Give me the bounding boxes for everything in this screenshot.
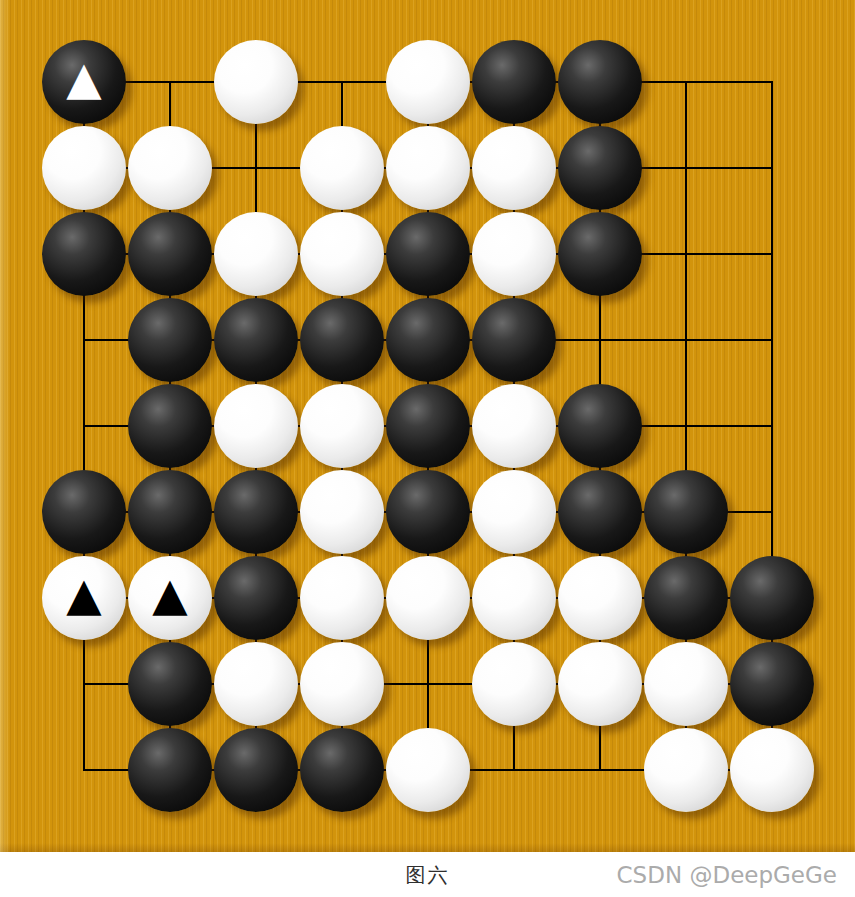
board-cell: ▲: [41, 555, 127, 641]
black-stone: [730, 642, 814, 726]
board-cell: [213, 39, 299, 125]
caption-bar: 图六 CSDN @DeepGeGe: [0, 852, 855, 897]
black-stone: [214, 556, 298, 640]
board-cell: [557, 383, 643, 469]
board-cell: [213, 297, 299, 383]
black-stone: [42, 212, 126, 296]
black-stone: [128, 470, 212, 554]
board-cell: [127, 383, 213, 469]
board-cell: [471, 211, 557, 297]
board-cell: [471, 555, 557, 641]
board-cell: [41, 297, 127, 383]
board-cell: ▲: [127, 555, 213, 641]
stones-grid: ▲▲▲: [41, 39, 815, 813]
board-cell: [729, 727, 815, 813]
black-stone: [214, 298, 298, 382]
board-cell: [385, 727, 471, 813]
black-stone: ▲: [42, 40, 126, 124]
board-cell: [385, 297, 471, 383]
board-cell: [471, 727, 557, 813]
board-cell: [385, 211, 471, 297]
page: ▲▲▲ 图六 CSDN @DeepGeGe: [0, 0, 855, 897]
figure-caption: 图六: [406, 861, 450, 888]
white-stone: [386, 728, 470, 812]
white-stone: [386, 556, 470, 640]
board-cell: [299, 297, 385, 383]
board-cell: [213, 125, 299, 211]
board-cell: [385, 641, 471, 727]
board-cell: [127, 211, 213, 297]
black-stone: [214, 728, 298, 812]
black-stone: [300, 728, 384, 812]
black-stone: [128, 212, 212, 296]
board-cell: [127, 125, 213, 211]
white-stone: [300, 470, 384, 554]
board-cell: [471, 383, 557, 469]
board-cell: [471, 641, 557, 727]
board-cell: [41, 383, 127, 469]
board-cell: [299, 469, 385, 555]
board-cell: [385, 555, 471, 641]
board-cell: ▲: [41, 39, 127, 125]
board-cell: [385, 383, 471, 469]
board-cell: [729, 211, 815, 297]
board-cell: [729, 125, 815, 211]
board-cell: [643, 641, 729, 727]
black-stone: [128, 642, 212, 726]
black-stone: [128, 384, 212, 468]
board-cell: [299, 211, 385, 297]
black-stone: [644, 556, 728, 640]
black-stone: [558, 40, 642, 124]
white-stone: [644, 728, 728, 812]
white-stone: [42, 126, 126, 210]
board-cell: [127, 727, 213, 813]
board-cell: [213, 727, 299, 813]
black-stone: [214, 470, 298, 554]
board-cell: [557, 727, 643, 813]
board-cell: [557, 641, 643, 727]
white-stone: [472, 384, 556, 468]
triangle-mark-icon: ▲: [42, 36, 126, 120]
black-stone: [644, 470, 728, 554]
black-stone: [42, 470, 126, 554]
board-cell: [213, 469, 299, 555]
black-stone: [558, 384, 642, 468]
white-stone: [644, 642, 728, 726]
white-stone: [214, 642, 298, 726]
white-stone: ▲: [128, 556, 212, 640]
black-stone: [558, 470, 642, 554]
white-stone: [730, 728, 814, 812]
board-cell: [729, 469, 815, 555]
board-cell: [41, 641, 127, 727]
white-stone: [472, 642, 556, 726]
black-stone: [558, 212, 642, 296]
board-cell: [643, 125, 729, 211]
board-cell: [557, 39, 643, 125]
board-cell: [643, 39, 729, 125]
board-cell: [385, 469, 471, 555]
board-cell: [213, 211, 299, 297]
white-stone: [300, 212, 384, 296]
board-cell: [729, 555, 815, 641]
white-stone: [300, 556, 384, 640]
white-stone: [472, 470, 556, 554]
board-cell: [643, 469, 729, 555]
white-stone: [300, 642, 384, 726]
white-stone: ▲: [42, 556, 126, 640]
board-cell: [299, 383, 385, 469]
black-stone: [386, 298, 470, 382]
white-stone: [558, 556, 642, 640]
white-stone: [300, 384, 384, 468]
board-cell: [643, 211, 729, 297]
board-cell: [729, 39, 815, 125]
board-cell: [41, 211, 127, 297]
board-cell: [385, 125, 471, 211]
board-cell: [127, 469, 213, 555]
black-stone: [558, 126, 642, 210]
white-stone: [214, 384, 298, 468]
board-cell: [299, 125, 385, 211]
white-stone: [300, 126, 384, 210]
board-cell: [729, 297, 815, 383]
board-cell: [41, 727, 127, 813]
black-stone: [472, 298, 556, 382]
board-cell: [385, 39, 471, 125]
board-cell: [557, 211, 643, 297]
board-cell: [127, 39, 213, 125]
board-cell: [213, 641, 299, 727]
white-stone: [472, 556, 556, 640]
board-cell: [213, 555, 299, 641]
board-cell: [471, 39, 557, 125]
go-board: ▲▲▲: [0, 0, 855, 852]
board-cell: [643, 297, 729, 383]
board-cell: [41, 125, 127, 211]
white-stone: [386, 126, 470, 210]
board-cell: [299, 727, 385, 813]
black-stone: [128, 298, 212, 382]
white-stone: [386, 40, 470, 124]
white-stone: [214, 212, 298, 296]
board-cell: [299, 39, 385, 125]
board-cell: [729, 641, 815, 727]
black-stone: [128, 728, 212, 812]
black-stone: [300, 298, 384, 382]
white-stone: [472, 126, 556, 210]
black-stone: [730, 556, 814, 640]
black-stone: [386, 470, 470, 554]
board-cell: [643, 727, 729, 813]
board-cell: [557, 297, 643, 383]
white-stone: [472, 212, 556, 296]
watermark: CSDN @DeepGeGe: [617, 862, 837, 888]
board-cell: [299, 555, 385, 641]
board-cell: [213, 383, 299, 469]
white-stone: [558, 642, 642, 726]
board-cell: [471, 125, 557, 211]
board-cell: [643, 383, 729, 469]
black-stone: [386, 384, 470, 468]
board-cell: [127, 297, 213, 383]
board-cell: [471, 297, 557, 383]
triangle-mark-icon: ▲: [128, 552, 212, 636]
white-stone: [214, 40, 298, 124]
white-stone: [128, 126, 212, 210]
board-cell: [557, 555, 643, 641]
board-cell: [127, 641, 213, 727]
triangle-mark-icon: ▲: [42, 552, 126, 636]
black-stone: [386, 212, 470, 296]
board-cell: [643, 555, 729, 641]
board-cell: [471, 469, 557, 555]
board-cell: [557, 469, 643, 555]
board-cell: [729, 383, 815, 469]
board-cell: [557, 125, 643, 211]
board-cell: [299, 641, 385, 727]
black-stone: [472, 40, 556, 124]
board-cell: [41, 469, 127, 555]
